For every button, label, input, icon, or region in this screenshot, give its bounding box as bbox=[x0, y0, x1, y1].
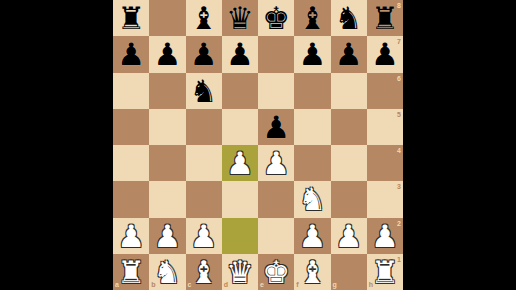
square-g1[interactable]: g bbox=[331, 254, 367, 290]
app-frame: ♜♝♛♚♝♞8♜♟♟♟♟♟♟7♟♞6♟5♟♟4♞3♟♟♟♟♟2♟a♜b♞c♝d♛… bbox=[0, 0, 516, 290]
square-e3[interactable] bbox=[258, 181, 294, 217]
square-a1[interactable]: a♜ bbox=[113, 254, 149, 290]
white-king[interactable]: ♚ bbox=[258, 254, 294, 290]
square-c8[interactable]: ♝ bbox=[186, 0, 222, 36]
square-f3[interactable]: ♞ bbox=[294, 181, 330, 217]
square-a5[interactable] bbox=[113, 109, 149, 145]
square-g7[interactable]: ♟ bbox=[331, 36, 367, 72]
file-label-g: g bbox=[333, 281, 337, 288]
square-h2[interactable]: 2♟ bbox=[367, 218, 403, 254]
black-rook[interactable]: ♜ bbox=[113, 0, 149, 36]
chess-board: ♜♝♛♚♝♞8♜♟♟♟♟♟♟7♟♞6♟5♟♟4♞3♟♟♟♟♟2♟a♜b♞c♝d♛… bbox=[113, 0, 403, 290]
square-f7[interactable]: ♟ bbox=[294, 36, 330, 72]
white-pawn[interactable]: ♟ bbox=[367, 218, 403, 254]
square-c2[interactable]: ♟ bbox=[186, 218, 222, 254]
square-b8[interactable] bbox=[149, 0, 185, 36]
square-f2[interactable]: ♟ bbox=[294, 218, 330, 254]
black-pawn[interactable]: ♟ bbox=[149, 36, 185, 72]
square-c4[interactable] bbox=[186, 145, 222, 181]
square-h1[interactable]: h1♜ bbox=[367, 254, 403, 290]
square-b4[interactable] bbox=[149, 145, 185, 181]
square-g3[interactable] bbox=[331, 181, 367, 217]
square-d5[interactable] bbox=[222, 109, 258, 145]
square-b7[interactable]: ♟ bbox=[149, 36, 185, 72]
square-h6[interactable]: 6 bbox=[367, 73, 403, 109]
square-d7[interactable]: ♟ bbox=[222, 36, 258, 72]
white-pawn[interactable]: ♟ bbox=[113, 218, 149, 254]
square-b2[interactable]: ♟ bbox=[149, 218, 185, 254]
square-f6[interactable] bbox=[294, 73, 330, 109]
square-c7[interactable]: ♟ bbox=[186, 36, 222, 72]
square-g5[interactable] bbox=[331, 109, 367, 145]
black-knight[interactable]: ♞ bbox=[186, 73, 222, 109]
black-bishop[interactable]: ♝ bbox=[186, 0, 222, 36]
square-d8[interactable]: ♛ bbox=[222, 0, 258, 36]
black-knight[interactable]: ♞ bbox=[331, 0, 367, 36]
square-g2[interactable]: ♟ bbox=[331, 218, 367, 254]
letterbox-right bbox=[403, 0, 516, 290]
square-a3[interactable] bbox=[113, 181, 149, 217]
white-bishop[interactable]: ♝ bbox=[186, 254, 222, 290]
square-e7[interactable] bbox=[258, 36, 294, 72]
square-g8[interactable]: ♞ bbox=[331, 0, 367, 36]
square-g6[interactable] bbox=[331, 73, 367, 109]
square-a2[interactable]: ♟ bbox=[113, 218, 149, 254]
square-g4[interactable] bbox=[331, 145, 367, 181]
square-f1[interactable]: f♝ bbox=[294, 254, 330, 290]
square-a4[interactable] bbox=[113, 145, 149, 181]
square-c5[interactable] bbox=[186, 109, 222, 145]
square-e2[interactable] bbox=[258, 218, 294, 254]
white-knight[interactable]: ♞ bbox=[294, 181, 330, 217]
white-pawn[interactable]: ♟ bbox=[331, 218, 367, 254]
black-rook[interactable]: ♜ bbox=[367, 0, 403, 36]
black-pawn[interactable]: ♟ bbox=[331, 36, 367, 72]
black-pawn[interactable]: ♟ bbox=[222, 36, 258, 72]
square-f4[interactable] bbox=[294, 145, 330, 181]
black-queen[interactable]: ♛ bbox=[222, 0, 258, 36]
black-pawn[interactable]: ♟ bbox=[113, 36, 149, 72]
square-e1[interactable]: e♚ bbox=[258, 254, 294, 290]
square-d1[interactable]: d♛ bbox=[222, 254, 258, 290]
square-h8[interactable]: 8♜ bbox=[367, 0, 403, 36]
square-e5[interactable]: ♟ bbox=[258, 109, 294, 145]
square-a6[interactable] bbox=[113, 73, 149, 109]
square-b1[interactable]: b♞ bbox=[149, 254, 185, 290]
square-b6[interactable] bbox=[149, 73, 185, 109]
square-d4[interactable]: ♟ bbox=[222, 145, 258, 181]
white-bishop[interactable]: ♝ bbox=[294, 254, 330, 290]
square-e8[interactable]: ♚ bbox=[258, 0, 294, 36]
square-h3[interactable]: 3 bbox=[367, 181, 403, 217]
square-d3[interactable] bbox=[222, 181, 258, 217]
square-d2[interactable] bbox=[222, 218, 258, 254]
black-pawn[interactable]: ♟ bbox=[186, 36, 222, 72]
rank-label-5: 5 bbox=[397, 111, 401, 118]
black-king[interactable]: ♚ bbox=[258, 0, 294, 36]
white-queen[interactable]: ♛ bbox=[222, 254, 258, 290]
white-knight[interactable]: ♞ bbox=[149, 254, 185, 290]
white-pawn[interactable]: ♟ bbox=[186, 218, 222, 254]
square-c3[interactable] bbox=[186, 181, 222, 217]
white-pawn[interactable]: ♟ bbox=[258, 145, 294, 181]
square-f5[interactable] bbox=[294, 109, 330, 145]
square-e4[interactable]: ♟ bbox=[258, 145, 294, 181]
black-bishop[interactable]: ♝ bbox=[294, 0, 330, 36]
square-a8[interactable]: ♜ bbox=[113, 0, 149, 36]
square-a7[interactable]: ♟ bbox=[113, 36, 149, 72]
black-pawn[interactable]: ♟ bbox=[258, 109, 294, 145]
square-f8[interactable]: ♝ bbox=[294, 0, 330, 36]
square-e6[interactable] bbox=[258, 73, 294, 109]
black-pawn[interactable]: ♟ bbox=[367, 36, 403, 72]
rank-label-6: 6 bbox=[397, 75, 401, 82]
square-d6[interactable] bbox=[222, 73, 258, 109]
white-pawn[interactable]: ♟ bbox=[222, 145, 258, 181]
white-pawn[interactable]: ♟ bbox=[149, 218, 185, 254]
square-h7[interactable]: 7♟ bbox=[367, 36, 403, 72]
square-c1[interactable]: c♝ bbox=[186, 254, 222, 290]
white-rook[interactable]: ♜ bbox=[113, 254, 149, 290]
black-pawn[interactable]: ♟ bbox=[294, 36, 330, 72]
square-h5[interactable]: 5 bbox=[367, 109, 403, 145]
square-b5[interactable] bbox=[149, 109, 185, 145]
letterbox-left bbox=[0, 0, 113, 290]
rank-label-3: 3 bbox=[397, 183, 401, 190]
square-h4[interactable]: 4 bbox=[367, 145, 403, 181]
square-c6[interactable]: ♞ bbox=[186, 73, 222, 109]
rank-label-4: 4 bbox=[397, 147, 401, 154]
white-rook[interactable]: ♜ bbox=[367, 254, 403, 290]
square-b3[interactable] bbox=[149, 181, 185, 217]
white-pawn[interactable]: ♟ bbox=[294, 218, 330, 254]
